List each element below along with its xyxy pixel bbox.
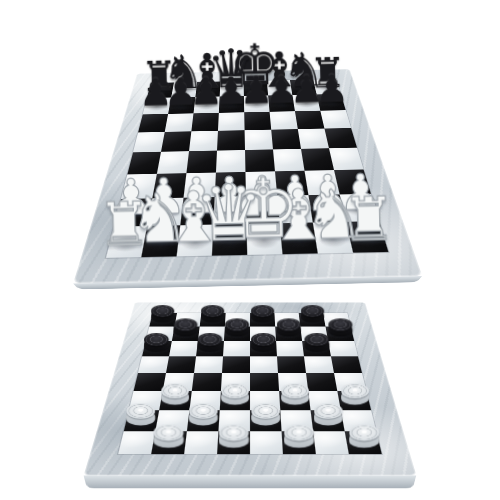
checker-white: [314, 403, 343, 425]
board-cell-anchor: [196, 340, 224, 355]
board-cell-anchor: [172, 326, 200, 340]
checker-black: [201, 305, 224, 323]
board-cell-anchor: [282, 431, 316, 454]
board-cell-anchor: [200, 313, 226, 326]
board-cell-anchor: [151, 431, 187, 454]
board-cell-anchor: [311, 410, 345, 431]
checker-black: [144, 333, 169, 352]
checkers-board-scene: [114, 237, 386, 500]
checker-black: [304, 333, 329, 352]
checker-white: [251, 403, 280, 425]
board-cell-anchor: [250, 410, 282, 431]
checker-white: [189, 403, 218, 425]
checker-black: [277, 318, 301, 336]
board-cell-anchor: [220, 390, 250, 409]
checker-white: [161, 384, 189, 405]
board-cell-anchor: [250, 313, 275, 326]
checker-black: [301, 305, 324, 323]
checker-black: [328, 318, 352, 336]
board-cell-anchor: [159, 390, 192, 409]
checker-white: [284, 425, 314, 448]
product-photo: ♜♞♝♛♚♝♞♜♟♟♟♟♟♟♟♟♟♟♟♟♟♟♟♟♜♞♝♛♚♝♞♜: [0, 0, 500, 500]
checker-white: [349, 425, 379, 448]
board-cell-anchor: [279, 390, 310, 409]
board-cell-anchor: [250, 340, 277, 355]
board-cell-anchor: [345, 431, 382, 454]
checker-white: [126, 403, 155, 425]
checker-black: [251, 333, 276, 352]
checker-white: [281, 384, 309, 405]
checker-black: [197, 333, 222, 352]
board-cell-anchor: ♟: [317, 94, 346, 111]
checkers-board: [84, 302, 417, 475]
checker-white: [219, 425, 249, 448]
checker-black: [151, 305, 174, 323]
checker-black: [225, 318, 249, 336]
checker-white: [341, 384, 369, 405]
checker-white: [153, 425, 183, 448]
chess-pieces-layer: ♜♞♝♛♚♝♞♜♟♟♟♟♟♟♟♟♟♟♟♟♟♟♟♟♜♞♝♛♚♝♞♜: [106, 79, 389, 258]
checker-white: [221, 384, 249, 405]
board-cell-anchor: [217, 431, 250, 454]
board-cell-anchor: [326, 326, 355, 340]
checker-black: [251, 305, 274, 323]
board-cell-anchor: [275, 326, 302, 340]
board-cell-anchor: [142, 340, 172, 355]
board-cell-anchor: [187, 410, 220, 431]
board-cell-anchor: [224, 326, 250, 340]
board-cell-anchor: [302, 340, 331, 355]
chess-piece-black-pawn: ♟: [315, 72, 350, 107]
board-cell-anchor: [299, 313, 326, 326]
checkers-pieces-layer: [118, 313, 382, 454]
checkers-board-front-edge: [84, 475, 417, 488]
checker-black: [173, 318, 197, 336]
